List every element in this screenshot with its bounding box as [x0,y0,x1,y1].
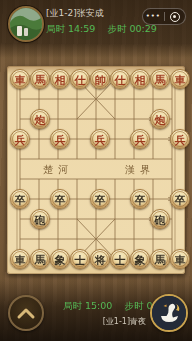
piece-black-r9c1[interactable]: 馬 [30,249,50,269]
piece-black-r9c6[interactable]: 象 [130,249,150,269]
piece-red-r0c2[interactable]: 相 [50,69,70,89]
minimize-button[interactable] [165,12,186,22]
opponent-name: [业1-2]张安成 [46,7,104,20]
piece-black-r7c7[interactable]: 砲 [150,209,170,229]
player-game-time: 局时15:00 [63,300,112,313]
piece-red-r3c4[interactable]: 兵 [90,129,110,149]
pieces-grid[interactable]: 車馬相仕帥仕相馬車炮炮兵兵兵兵兵卒卒卒卒卒砲砲車馬象士将士象馬車 [10,69,181,269]
piece-black-r9c7[interactable]: 馬 [150,249,170,269]
more-options-button[interactable]: ••• [143,9,164,24]
opponent-game-time: 局时14:59 [46,23,95,36]
piece-black-r9c4[interactable]: 将 [90,249,110,269]
player-name: [业1-1]青夜 [103,316,146,327]
piece-black-r6c4[interactable]: 卒 [90,189,110,209]
piece-red-r3c2[interactable]: 兵 [50,129,70,149]
piece-red-r2c7[interactable]: 炮 [150,109,170,129]
piece-black-r9c0[interactable]: 車 [10,249,30,269]
piece-red-r0c1[interactable]: 馬 [30,69,50,89]
opponent-avatar [8,6,44,42]
piece-black-r7c1[interactable]: 砲 [30,209,50,229]
expand-menu-button[interactable] [8,295,44,331]
piece-black-r6c0[interactable]: 卒 [10,189,30,209]
piece-red-r0c8[interactable]: 車 [170,69,190,89]
piece-red-r3c0[interactable]: 兵 [10,129,30,149]
piece-red-r0c6[interactable]: 相 [130,69,150,89]
opponent-timers: 局时14:59 步时00:29 [46,23,157,36]
piece-black-r9c8[interactable]: 車 [170,249,190,269]
piece-red-r0c7[interactable]: 馬 [150,69,170,89]
piece-black-r9c2[interactable]: 象 [50,249,70,269]
chevron-up-icon [15,305,37,321]
piece-black-r9c3[interactable]: 士 [70,249,90,269]
piece-black-r6c2[interactable]: 卒 [50,189,70,209]
piece-red-r2c1[interactable]: 炮 [30,109,50,129]
minimize-icon [170,12,180,22]
opponent-avatar-image [10,8,42,40]
piece-black-r6c6[interactable]: 卒 [130,189,150,209]
piece-red-r3c8[interactable]: 兵 [170,129,190,149]
piece-red-r0c4[interactable]: 帥 [90,69,110,89]
piece-red-r0c3[interactable]: 仕 [70,69,90,89]
xiangqi-match-screen: [业1-2]张安成 局时14:59 步时00:29 ••• [0,0,192,341]
piece-black-r6c8[interactable]: 卒 [170,189,190,209]
swan-avatar-image [152,296,186,330]
piece-black-r9c5[interactable]: 士 [110,249,130,269]
piece-red-r0c5[interactable]: 仕 [110,69,130,89]
wechat-capsule: ••• [142,8,186,25]
piece-red-r3c6[interactable]: 兵 [130,129,150,149]
player-avatar [150,294,188,332]
piece-red-r0c0[interactable]: 車 [10,69,30,89]
